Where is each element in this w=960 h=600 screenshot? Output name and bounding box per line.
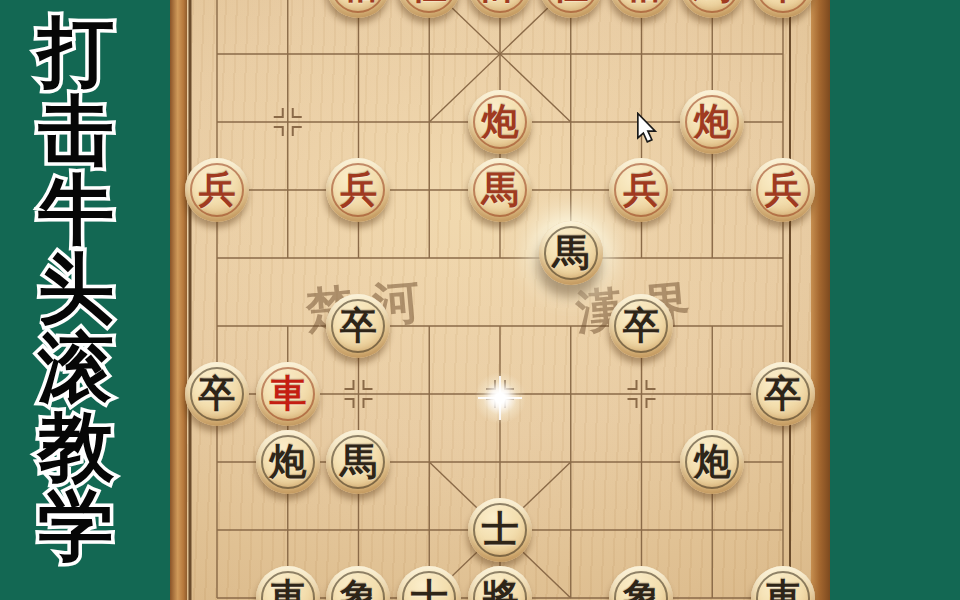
piece-character: 車 [269,579,306,600]
piece-character: 仕 [411,0,448,4]
piece-red-兵-f3r3[interactable]: 兵 [326,158,390,222]
piece-red-仕-f4r0[interactable]: 仕 [397,0,461,18]
piece-red-相-f7r0[interactable]: 相 [609,0,673,18]
piece-character: 象 [340,579,377,600]
piece-red-炮-f5r2[interactable]: 炮 [468,90,532,154]
piece-character: 馬 [340,443,377,480]
piece-black-卒-f1r6[interactable]: 卒 [185,362,249,426]
piece-black-卒-f7r5[interactable]: 卒 [609,294,673,358]
xiangqi-app-screenshot: { "game": "xiangqi", "title": { "text": … [0,0,960,600]
title-char: 学 [26,486,126,565]
piece-red-車-f9r0[interactable]: 車 [751,0,815,18]
piece-character: 卒 [764,375,801,412]
piece-red-兵-f1r3[interactable]: 兵 [185,158,249,222]
piece-character: 卒 [623,307,660,344]
piece-black-馬-f6r4[interactable]: 馬 [539,221,603,285]
piece-character: 馬 [481,171,518,208]
piece-character: 相 [623,0,660,4]
mouse-cursor-icon [636,112,658,144]
piece-red-兵-f7r3[interactable]: 兵 [609,158,673,222]
piece-character: 卒 [340,307,377,344]
piece-character: 卒 [198,375,235,412]
piece-character: 兵 [198,171,235,208]
piece-black-炮-f2r7[interactable]: 炮 [256,430,320,494]
video-title-vertical: 打 击 牛 头 滚 教 学 [26,12,126,565]
title-char: 滚 [26,328,126,407]
piece-character: 炮 [694,103,731,140]
piece-black-象-f7r9[interactable]: 象 [609,566,673,600]
piece-red-兵-f9r3[interactable]: 兵 [751,158,815,222]
piece-character: 車 [764,0,801,4]
title-char: 教 [26,407,126,486]
title-char: 头 [26,249,126,328]
move-target-sparkle [472,370,528,426]
piece-character: 士 [481,511,518,548]
piece-black-士-f5r8[interactable]: 士 [468,498,532,562]
piece-character: 炮 [269,443,306,480]
piece-red-仕-f6r0[interactable]: 仕 [539,0,603,18]
xiangqi-board[interactable]: 相仕帥仕相馬車炮炮兵兵馬兵兵馬卒卒卒車卒炮馬炮士車象士將象車 [182,0,819,600]
title-char: 击 [26,91,126,170]
piece-red-車-f2r6[interactable]: 車 [256,362,320,426]
piece-character: 相 [340,0,377,4]
piece-character: 象 [623,579,660,600]
piece-character: 車 [764,579,801,600]
piece-red-炮-f8r2[interactable]: 炮 [680,90,744,154]
piece-character: 帥 [481,0,518,4]
piece-black-馬-f3r7[interactable]: 馬 [326,430,390,494]
piece-character: 將 [481,579,518,600]
piece-black-車-f9r9[interactable]: 車 [751,566,815,600]
piece-character: 馬 [552,234,589,271]
piece-character: 炮 [481,103,518,140]
title-char: 牛 [26,170,126,249]
piece-black-卒-f3r5[interactable]: 卒 [326,294,390,358]
piece-black-士-f4r9[interactable]: 士 [397,566,461,600]
piece-red-馬-f8r0[interactable]: 馬 [680,0,744,18]
title-char: 打 [26,12,126,91]
piece-red-馬-f5r3[interactable]: 馬 [468,158,532,222]
piece-character: 仕 [552,0,589,4]
piece-character: 兵 [623,171,660,208]
piece-character: 車 [269,375,306,412]
piece-black-象-f3r9[interactable]: 象 [326,566,390,600]
piece-character: 士 [411,579,448,600]
piece-black-車-f2r9[interactable]: 車 [256,566,320,600]
piece-red-相-f3r0[interactable]: 相 [326,0,390,18]
piece-character: 兵 [764,171,801,208]
piece-red-帥-f5r0[interactable]: 帥 [468,0,532,18]
piece-black-卒-f9r6[interactable]: 卒 [751,362,815,426]
piece-character: 兵 [340,171,377,208]
piece-character: 馬 [694,0,731,4]
piece-black-炮-f8r7[interactable]: 炮 [680,430,744,494]
piece-character: 炮 [694,443,731,480]
piece-black-將-f5r9[interactable]: 將 [468,566,532,600]
